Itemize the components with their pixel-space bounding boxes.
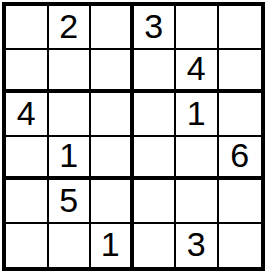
sudoku-cell-r6c3[interactable]: 1 [91,224,134,268]
sudoku-cell-r5c6[interactable] [219,180,262,224]
sudoku-cell-r4c5[interactable] [176,137,219,181]
sudoku-cell-r1c1[interactable] [6,6,49,50]
sudoku-cell-r2c3[interactable] [91,50,134,94]
given-digit: 1 [59,138,78,172]
given-digit: 6 [230,138,249,172]
sudoku-cell-r1c2[interactable]: 2 [49,6,92,50]
sudoku-cell-r4c2[interactable]: 1 [49,137,92,181]
given-digit: 1 [187,96,206,130]
sudoku-cell-r1c4[interactable]: 3 [134,6,177,50]
sudoku-cell-r3c6[interactable] [219,93,262,137]
sudoku-cell-r6c6[interactable] [219,224,262,268]
given-digit: 5 [59,183,78,217]
sudoku-cell-r2c1[interactable] [6,50,49,94]
sudoku-cell-r4c4[interactable] [134,137,177,181]
sudoku-cell-r4c6[interactable]: 6 [219,137,262,181]
given-digit: 1 [101,227,120,261]
sudoku-cell-r5c5[interactable] [176,180,219,224]
sudoku-cell-r5c3[interactable] [91,180,134,224]
given-digit: 3 [144,9,163,43]
sudoku-cell-r5c2[interactable]: 5 [49,180,92,224]
given-digit: 4 [17,96,36,130]
given-digit: 2 [59,9,78,43]
given-digit: 4 [187,51,206,85]
sudoku-board-container: 2344116513 [0,0,267,273]
sudoku-cell-r6c2[interactable] [49,224,92,268]
sudoku-cell-r2c6[interactable] [219,50,262,94]
sudoku-cell-r6c1[interactable] [6,224,49,268]
given-digit: 3 [187,227,206,261]
sudoku-cell-r6c5[interactable]: 3 [176,224,219,268]
sudoku-cell-r1c6[interactable] [219,6,262,50]
sudoku-cell-r3c2[interactable] [49,93,92,137]
sudoku-cell-r1c5[interactable] [176,6,219,50]
sudoku-cell-r4c1[interactable] [6,137,49,181]
sudoku-cell-r1c3[interactable] [91,6,134,50]
sudoku-cell-r3c1[interactable]: 4 [6,93,49,137]
sudoku-board: 2344116513 [2,2,265,271]
sudoku-cell-r5c4[interactable] [134,180,177,224]
sudoku-cell-r2c2[interactable] [49,50,92,94]
sudoku-cell-r2c4[interactable] [134,50,177,94]
sudoku-cell-r5c1[interactable] [6,180,49,224]
sudoku-cell-r2c5[interactable]: 4 [176,50,219,94]
sudoku-cell-r3c5[interactable]: 1 [176,93,219,137]
sudoku-cell-r6c4[interactable] [134,224,177,268]
sudoku-cell-r3c3[interactable] [91,93,134,137]
sudoku-cell-r4c3[interactable] [91,137,134,181]
sudoku-cell-r3c4[interactable] [134,93,177,137]
